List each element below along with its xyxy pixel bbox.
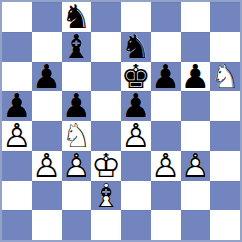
white-bishop-glyph: ♗ bbox=[91, 181, 121, 211]
square-d5[interactable] bbox=[91, 91, 121, 121]
piece-white-bishop[interactable]: ♝♗ bbox=[91, 181, 121, 211]
square-b6[interactable]: ♙♟ bbox=[32, 62, 62, 92]
white-pawn-glyph: ♙ bbox=[2, 121, 32, 151]
square-g5[interactable] bbox=[181, 91, 211, 121]
square-d7[interactable] bbox=[91, 32, 121, 62]
piece-white-pawn[interactable]: ♟♙ bbox=[151, 151, 181, 181]
black-bishop-glyph: ♝ bbox=[62, 32, 92, 62]
square-h1[interactable] bbox=[210, 210, 240, 240]
piece-black-bishop[interactable]: ♗♝ bbox=[62, 32, 92, 62]
square-h4[interactable] bbox=[210, 121, 240, 151]
square-h5[interactable] bbox=[210, 91, 240, 121]
square-a1[interactable] bbox=[2, 210, 32, 240]
square-d8[interactable] bbox=[91, 2, 121, 32]
piece-black-pawn[interactable]: ♙♟ bbox=[32, 62, 62, 92]
square-c1[interactable] bbox=[62, 210, 92, 240]
square-e1[interactable] bbox=[121, 210, 151, 240]
square-b3[interactable]: ♟♙ bbox=[32, 151, 62, 181]
square-e4[interactable]: ♟♙ bbox=[121, 121, 151, 151]
square-c3[interactable]: ♟♙ bbox=[62, 151, 92, 181]
square-g3[interactable]: ♟♙ bbox=[181, 151, 211, 181]
square-b1[interactable] bbox=[32, 210, 62, 240]
chess-board: ♘♞♗♝♘♞♙♟♔♚♙♟♙♟♞♘♙♟♙♟♙♟♟♙♞♘♟♙♟♙♟♙♚♔♟♙♟♙♝♗ bbox=[0, 0, 242, 242]
piece-white-pawn[interactable]: ♟♙ bbox=[2, 121, 32, 151]
white-pawn-glyph: ♙ bbox=[121, 121, 151, 151]
square-h2[interactable] bbox=[210, 181, 240, 211]
square-h6[interactable]: ♞♘ bbox=[210, 62, 240, 92]
square-f3[interactable]: ♟♙ bbox=[151, 151, 181, 181]
black-pawn-glyph: ♟ bbox=[32, 62, 62, 92]
square-g2[interactable] bbox=[181, 181, 211, 211]
square-d6[interactable] bbox=[91, 62, 121, 92]
square-f8[interactable] bbox=[151, 2, 181, 32]
black-pawn-glyph: ♟ bbox=[181, 62, 211, 92]
white-pawn-glyph: ♙ bbox=[181, 151, 211, 181]
square-f5[interactable] bbox=[151, 91, 181, 121]
square-h3[interactable] bbox=[210, 151, 240, 181]
square-b8[interactable] bbox=[32, 2, 62, 32]
square-d2[interactable]: ♝♗ bbox=[91, 181, 121, 211]
square-a2[interactable] bbox=[2, 181, 32, 211]
piece-white-pawn[interactable]: ♟♙ bbox=[181, 151, 211, 181]
square-b5[interactable] bbox=[32, 91, 62, 121]
square-a7[interactable] bbox=[2, 32, 32, 62]
white-pawn-glyph: ♙ bbox=[151, 151, 181, 181]
square-c2[interactable] bbox=[62, 181, 92, 211]
square-g8[interactable] bbox=[181, 2, 211, 32]
square-a8[interactable] bbox=[2, 2, 32, 32]
piece-white-knight[interactable]: ♞♘ bbox=[210, 62, 240, 92]
piece-white-pawn[interactable]: ♟♙ bbox=[121, 121, 151, 151]
square-h8[interactable] bbox=[210, 2, 240, 32]
piece-white-pawn[interactable]: ♟♙ bbox=[62, 151, 92, 181]
chess-app: ♘♞♗♝♘♞♙♟♔♚♙♟♙♟♞♘♙♟♙♟♙♟♟♙♞♘♟♙♟♙♟♙♚♔♟♙♟♙♝♗ bbox=[0, 0, 242, 242]
square-c7[interactable]: ♗♝ bbox=[62, 32, 92, 62]
white-pawn-glyph: ♙ bbox=[32, 151, 62, 181]
square-a3[interactable] bbox=[2, 151, 32, 181]
white-pawn-glyph: ♙ bbox=[62, 151, 92, 181]
square-g1[interactable] bbox=[181, 210, 211, 240]
square-b2[interactable] bbox=[32, 181, 62, 211]
piece-black-pawn[interactable]: ♙♟ bbox=[181, 62, 211, 92]
square-f1[interactable] bbox=[151, 210, 181, 240]
black-pawn-glyph: ♟ bbox=[151, 62, 181, 92]
square-e3[interactable] bbox=[121, 151, 151, 181]
piece-black-pawn[interactable]: ♙♟ bbox=[151, 62, 181, 92]
square-f2[interactable] bbox=[151, 181, 181, 211]
white-knight-glyph: ♘ bbox=[210, 62, 240, 92]
square-d1[interactable] bbox=[91, 210, 121, 240]
square-a4[interactable]: ♟♙ bbox=[2, 121, 32, 151]
square-f6[interactable]: ♙♟ bbox=[151, 62, 181, 92]
piece-white-pawn[interactable]: ♟♙ bbox=[32, 151, 62, 181]
square-g6[interactable]: ♙♟ bbox=[181, 62, 211, 92]
square-e2[interactable] bbox=[121, 181, 151, 211]
